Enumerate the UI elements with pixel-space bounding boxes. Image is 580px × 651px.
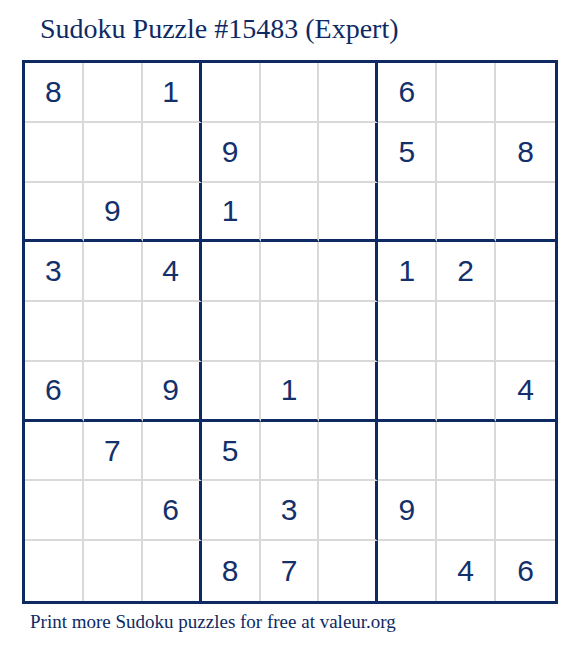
given-digit: 5 [398,135,415,169]
sudoku-cell-r8c3: 6 [143,481,202,541]
given-digit: 9 [222,135,239,169]
sudoku-cell-r4c8: 2 [437,242,496,302]
sudoku-cell-r2c1 [25,123,84,183]
sudoku-cell-r6c3: 9 [143,362,202,422]
sudoku-cell-r1c8 [437,63,496,123]
sudoku-cell-r1c2 [84,63,143,123]
sudoku-cell-r6c7 [378,362,437,422]
sudoku-cell-r7c4: 5 [202,422,261,482]
given-digit: 6 [398,75,415,109]
sudoku-cell-r1c7: 6 [378,63,437,123]
sudoku-cell-r2c5 [261,123,320,183]
given-digit: 6 [162,493,179,527]
given-digit: 8 [517,135,534,169]
sudoku-cell-r6c1: 6 [25,362,84,422]
sudoku-cell-r2c6 [319,123,378,183]
sudoku-cell-r5c9 [496,302,555,362]
given-digit: 2 [457,254,474,288]
given-digit: 4 [457,554,474,588]
sudoku-cell-r8c5: 3 [261,481,320,541]
sudoku-cell-r4c3: 4 [143,242,202,302]
sudoku-cell-r2c9: 8 [496,123,555,183]
sudoku-cell-r1c5 [261,63,320,123]
sudoku-cell-r7c2: 7 [84,422,143,482]
sudoku-cell-r6c4 [202,362,261,422]
sudoku-cell-r3c3 [143,183,202,243]
given-digit: 8 [222,554,239,588]
sudoku-board: 8169589134126914756398746 [22,60,558,604]
sudoku-cell-r4c9 [496,242,555,302]
sudoku-cell-r3c5 [261,183,320,243]
sudoku-cell-r2c8 [437,123,496,183]
given-digit: 5 [222,434,239,468]
footer-credit: Print more Sudoku puzzles for free at va… [30,611,396,633]
sudoku-cell-r1c6 [319,63,378,123]
sudoku-cell-r7c9 [496,422,555,482]
given-digit: 1 [281,373,298,407]
sudoku-cell-r7c5 [261,422,320,482]
given-digit: 3 [45,254,62,288]
sudoku-cell-r8c7: 9 [378,481,437,541]
given-digit: 4 [517,373,534,407]
sudoku-cell-r3c1 [25,183,84,243]
sudoku-cell-r5c2 [84,302,143,362]
sudoku-cell-r2c3 [143,123,202,183]
given-digit: 4 [162,254,179,288]
sudoku-cell-r6c2 [84,362,143,422]
given-digit: 1 [222,194,239,228]
sudoku-cell-r9c7 [378,541,437,601]
sudoku-cell-r3c2: 9 [84,183,143,243]
sudoku-cell-r8c1 [25,481,84,541]
sudoku-cell-r4c4 [202,242,261,302]
sudoku-cell-r4c5 [261,242,320,302]
sudoku-cell-r4c7: 1 [378,242,437,302]
sudoku-cell-r1c9 [496,63,555,123]
given-digit: 6 [517,554,534,588]
sudoku-cell-r7c8 [437,422,496,482]
sudoku-cell-r7c7 [378,422,437,482]
sudoku-cell-r1c1: 8 [25,63,84,123]
given-digit: 6 [45,373,62,407]
sudoku-cell-r8c9 [496,481,555,541]
sudoku-cell-r5c5 [261,302,320,362]
sudoku-cell-r3c9 [496,183,555,243]
given-digit: 8 [45,75,62,109]
given-digit: 1 [162,75,179,109]
sudoku-cell-r8c8 [437,481,496,541]
sudoku-cell-r3c6 [319,183,378,243]
sudoku-cell-r7c3 [143,422,202,482]
sudoku-cell-r5c4 [202,302,261,362]
sudoku-cell-r9c2 [84,541,143,601]
sudoku-cell-r9c9: 6 [496,541,555,601]
sudoku-cell-r7c1 [25,422,84,482]
sudoku-cell-r6c5: 1 [261,362,320,422]
sudoku-cell-r4c2 [84,242,143,302]
sudoku-cell-r4c1: 3 [25,242,84,302]
given-digit: 7 [281,554,298,588]
given-digit: 7 [104,434,121,468]
given-digit: 1 [398,254,415,288]
given-digit: 9 [162,373,179,407]
sudoku-cell-r9c1 [25,541,84,601]
sudoku-cell-r8c4 [202,481,261,541]
sudoku-cell-r7c6 [319,422,378,482]
sudoku-cell-r9c3 [143,541,202,601]
sudoku-cell-r5c8 [437,302,496,362]
sudoku-cell-r1c4 [202,63,261,123]
sudoku-cell-r6c6 [319,362,378,422]
page-title: Sudoku Puzzle #15483 (Expert) [40,14,399,45]
given-digit: 3 [281,493,298,527]
sudoku-cell-r9c8: 4 [437,541,496,601]
sudoku-cell-r2c7: 5 [378,123,437,183]
sudoku-cell-r5c6 [319,302,378,362]
given-digit: 9 [398,493,415,527]
sudoku-cell-r6c9: 4 [496,362,555,422]
sudoku-cell-r8c6 [319,481,378,541]
sudoku-cell-r5c7 [378,302,437,362]
sudoku-cell-r5c1 [25,302,84,362]
sudoku-cell-r2c4: 9 [202,123,261,183]
sudoku-cell-r3c4: 1 [202,183,261,243]
sudoku-cell-r3c8 [437,183,496,243]
sudoku-cell-r6c8 [437,362,496,422]
sudoku-cell-r3c7 [378,183,437,243]
sudoku-cell-r1c3: 1 [143,63,202,123]
sudoku-cell-r2c2 [84,123,143,183]
given-digit: 9 [104,194,121,228]
sudoku-cell-r9c4: 8 [202,541,261,601]
sudoku-cell-r9c6 [319,541,378,601]
sudoku-cell-r4c6 [319,242,378,302]
sudoku-cell-r8c2 [84,481,143,541]
sudoku-cell-r9c5: 7 [261,541,320,601]
sudoku-cell-r5c3 [143,302,202,362]
